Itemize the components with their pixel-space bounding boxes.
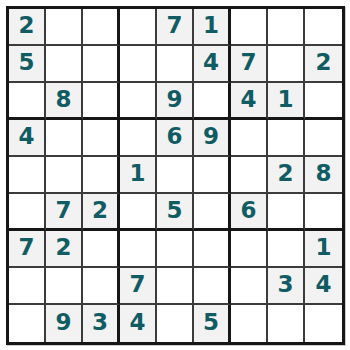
cell-r3c6[interactable] <box>194 83 231 120</box>
cell-r7c7[interactable] <box>231 231 268 268</box>
cell-r9c9[interactable] <box>305 305 342 342</box>
cell-r9c8[interactable] <box>268 305 305 342</box>
clue-digit: 2 <box>92 199 108 222</box>
cell-r4c3[interactable] <box>83 120 120 157</box>
cell-r2c4[interactable] <box>120 46 157 83</box>
cell-r3c7: 4 <box>231 83 268 120</box>
cell-r7c5[interactable] <box>157 231 194 268</box>
cell-r1c1: 2 <box>9 9 46 46</box>
sudoku-page: 2715472894146912872567217349345 <box>0 0 350 350</box>
cell-r1c2[interactable] <box>46 9 83 46</box>
clue-digit: 4 <box>129 311 145 334</box>
cell-r6c5: 5 <box>157 194 194 231</box>
clue-digit: 8 <box>315 162 331 185</box>
clue-digit: 2 <box>277 162 293 185</box>
cell-r8c7[interactable] <box>231 268 268 305</box>
cell-r7c6[interactable] <box>194 231 231 268</box>
cell-r9c3: 3 <box>83 305 120 342</box>
cell-r9c6: 5 <box>194 305 231 342</box>
clue-digit: 6 <box>166 125 182 148</box>
clue-digit: 1 <box>315 236 331 259</box>
cell-r8c8: 3 <box>268 268 305 305</box>
cell-r1c3[interactable] <box>83 9 120 46</box>
cell-r7c1: 7 <box>9 231 46 268</box>
sudoku-board: 2715472894146912872567217349345 <box>6 6 345 345</box>
clue-digit: 4 <box>315 273 331 296</box>
cell-r5c1[interactable] <box>9 157 46 194</box>
cell-r3c5: 9 <box>157 83 194 120</box>
cell-r5c9: 8 <box>305 157 342 194</box>
cell-r8c9: 4 <box>305 268 342 305</box>
clue-digit: 4 <box>203 51 219 74</box>
cell-r6c4[interactable] <box>120 194 157 231</box>
cell-r9c5[interactable] <box>157 305 194 342</box>
cell-r7c2: 2 <box>46 231 83 268</box>
clue-digit: 1 <box>129 162 145 185</box>
cell-r2c7: 7 <box>231 46 268 83</box>
cell-r3c2: 8 <box>46 83 83 120</box>
cell-r8c5[interactable] <box>157 268 194 305</box>
clue-digit: 7 <box>129 273 145 296</box>
clue-digit: 2 <box>315 51 331 74</box>
clue-digit: 6 <box>240 199 256 222</box>
cell-r2c5[interactable] <box>157 46 194 83</box>
clue-digit: 7 <box>55 199 71 222</box>
clue-digit: 3 <box>92 311 108 334</box>
cell-r5c2[interactable] <box>46 157 83 194</box>
cell-r4c1: 4 <box>9 120 46 157</box>
cell-r4c5: 6 <box>157 120 194 157</box>
clue-digit: 7 <box>166 14 182 37</box>
cell-r5c4: 1 <box>120 157 157 194</box>
clue-digit: 9 <box>55 311 71 334</box>
cell-r6c7: 6 <box>231 194 268 231</box>
clue-digit: 5 <box>18 51 34 74</box>
cell-r4c2[interactable] <box>46 120 83 157</box>
clue-digit: 4 <box>18 125 34 148</box>
cell-r5c5[interactable] <box>157 157 194 194</box>
cell-r2c1: 5 <box>9 46 46 83</box>
cell-r8c4: 7 <box>120 268 157 305</box>
cell-r6c9[interactable] <box>305 194 342 231</box>
clue-digit: 9 <box>203 125 219 148</box>
clue-digit: 9 <box>166 88 182 111</box>
clue-digit: 1 <box>277 88 293 111</box>
cell-r1c9[interactable] <box>305 9 342 46</box>
clue-digit: 2 <box>18 14 34 37</box>
cell-r2c2[interactable] <box>46 46 83 83</box>
cell-r1c8[interactable] <box>268 9 305 46</box>
cell-r6c3: 2 <box>83 194 120 231</box>
cell-r8c1[interactable] <box>9 268 46 305</box>
cell-r4c6: 9 <box>194 120 231 157</box>
cell-r5c6[interactable] <box>194 157 231 194</box>
cell-r8c6[interactable] <box>194 268 231 305</box>
cell-r4c8[interactable] <box>268 120 305 157</box>
cell-r4c4[interactable] <box>120 120 157 157</box>
cell-r1c7[interactable] <box>231 9 268 46</box>
cell-r8c3[interactable] <box>83 268 120 305</box>
clue-digit: 5 <box>203 311 219 334</box>
cell-r2c6: 4 <box>194 46 231 83</box>
clue-digit: 3 <box>277 273 293 296</box>
cell-r6c2: 7 <box>46 194 83 231</box>
cell-r1c5: 7 <box>157 9 194 46</box>
clue-digit: 4 <box>240 88 256 111</box>
cell-r2c3[interactable] <box>83 46 120 83</box>
cell-r5c7[interactable] <box>231 157 268 194</box>
cell-r3c3[interactable] <box>83 83 120 120</box>
cell-r6c1[interactable] <box>9 194 46 231</box>
cell-r2c9: 2 <box>305 46 342 83</box>
cell-r9c7[interactable] <box>231 305 268 342</box>
clue-digit: 1 <box>203 14 219 37</box>
cell-r9c2: 9 <box>46 305 83 342</box>
cell-r7c3[interactable] <box>83 231 120 268</box>
cell-r4c7[interactable] <box>231 120 268 157</box>
clue-digit: 7 <box>18 236 34 259</box>
cell-r5c8: 2 <box>268 157 305 194</box>
cell-r7c9: 1 <box>305 231 342 268</box>
cell-r5c3[interactable] <box>83 157 120 194</box>
clue-digit: 7 <box>240 51 256 74</box>
cell-r7c8[interactable] <box>268 231 305 268</box>
clue-digit: 2 <box>55 236 71 259</box>
cell-r9c1[interactable] <box>9 305 46 342</box>
cell-r8c2[interactable] <box>46 268 83 305</box>
cell-r1c4[interactable] <box>120 9 157 46</box>
cell-r2c8[interactable] <box>268 46 305 83</box>
cell-r3c9[interactable] <box>305 83 342 120</box>
cell-r7c4[interactable] <box>120 231 157 268</box>
clue-digit: 8 <box>55 88 71 111</box>
cell-r9c4: 4 <box>120 305 157 342</box>
cell-r6c8[interactable] <box>268 194 305 231</box>
cell-r3c1[interactable] <box>9 83 46 120</box>
clue-digit: 5 <box>166 199 182 222</box>
cell-r3c4[interactable] <box>120 83 157 120</box>
cell-r4c9[interactable] <box>305 120 342 157</box>
cell-r3c8: 1 <box>268 83 305 120</box>
cell-r6c6[interactable] <box>194 194 231 231</box>
cell-r1c6: 1 <box>194 9 231 46</box>
